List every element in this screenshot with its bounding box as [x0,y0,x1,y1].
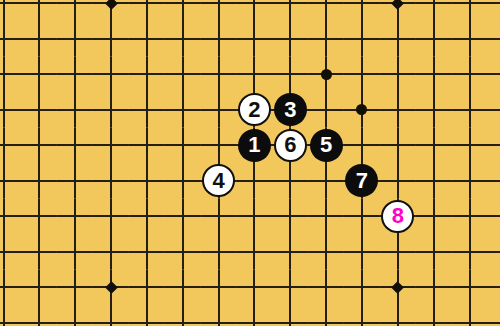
intersection-c9-r8[interactable] [308,270,344,306]
intersection-c13-r2[interactable] [452,57,488,93]
white-stone-move-8: 8 [381,200,414,233]
intersection-c10-r4[interactable] [344,128,380,164]
intersection-c3-r0[interactable] [93,0,129,21]
intersection-c10-r1[interactable] [344,21,380,57]
intersection-c14-r1[interactable] [487,21,500,57]
stone-number: 1 [248,134,260,156]
white-stone-move-4: 4 [202,164,235,197]
intersection-c7-r4[interactable]: 1 [237,128,273,164]
intersection-c14-r0[interactable] [487,0,500,21]
intersection-c11-r8[interactable] [380,270,416,306]
intersection-c1-r3[interactable] [21,92,57,128]
intersection-c2-r3[interactable] [57,92,93,128]
intersection-c7-r9[interactable] [237,305,273,326]
intersection-c11-r0[interactable] [380,0,416,21]
intersection-c2-r6[interactable] [57,199,93,235]
intersection-c4-r4[interactable] [129,128,165,164]
intersection-c7-r0[interactable] [237,0,273,21]
black-stone-move-5: 5 [310,129,343,162]
intersection-c12-r1[interactable] [416,21,452,57]
intersection-c10-r9[interactable] [344,305,380,326]
intersection-c8-r2[interactable] [272,57,308,93]
intersection-c1-r4[interactable] [21,128,57,164]
intersection-c0-r9[interactable] [0,305,21,326]
intersection-c3-r8[interactable] [93,270,129,306]
intersection-c10-r3[interactable] [344,92,380,128]
intersection-c1-r7[interactable] [21,234,57,270]
intersection-c0-r5[interactable] [0,163,21,199]
intersection-c0-r8[interactable] [0,270,21,306]
intersection-c0-r7[interactable] [0,234,21,270]
intersection-c0-r1[interactable] [0,21,21,57]
intersection-c6-r0[interactable] [201,0,237,21]
intersection-c6-r3[interactable] [201,92,237,128]
intersection-c9-r4[interactable]: 5 [308,128,344,164]
hoshi-star-point [391,281,404,294]
intersection-c3-r9[interactable] [93,305,129,326]
intersection-c9-r6[interactable] [308,199,344,235]
intersection-c8-r6[interactable] [272,199,308,235]
intersection-c9-r3[interactable] [308,92,344,128]
intersection-c4-r8[interactable] [129,270,165,306]
intersection-c12-r9[interactable] [416,305,452,326]
intersection-c3-r7[interactable] [93,234,129,270]
intersection-c5-r1[interactable] [165,21,201,57]
intersection-c7-r3[interactable]: 2 [237,92,273,128]
intersection-c4-r0[interactable] [129,0,165,21]
intersection-c11-r5[interactable] [380,163,416,199]
intersection-c0-r2[interactable] [0,57,21,93]
intersection-c7-r5[interactable] [237,163,273,199]
intersection-c6-r1[interactable] [201,21,237,57]
intersection-c10-r6[interactable] [344,199,380,235]
intersection-c6-r6[interactable] [201,199,237,235]
intersection-c0-r0[interactable] [0,0,21,21]
intersection-c8-r0[interactable] [272,0,308,21]
intersection-c14-r4[interactable] [487,128,500,164]
intersection-c10-r2[interactable] [344,57,380,93]
intersection-c8-r1[interactable] [272,21,308,57]
intersection-c8-r8[interactable] [272,270,308,306]
intersection-c12-r7[interactable] [416,234,452,270]
intersection-c6-r5[interactable]: 4 [201,163,237,199]
intersection-c2-r1[interactable] [57,21,93,57]
intersection-c9-r9[interactable] [308,305,344,326]
intersection-c5-r2[interactable] [165,57,201,93]
intersection-c3-r6[interactable] [93,199,129,235]
intersection-c6-r8[interactable] [201,270,237,306]
intersection-c10-r7[interactable] [344,234,380,270]
intersection-c0-r4[interactable] [0,128,21,164]
stone-number: 3 [284,99,296,121]
stone-number: 8 [392,205,404,227]
intersection-c11-r9[interactable] [380,305,416,326]
intersection-c4-r9[interactable] [129,305,165,326]
intersection-c1-r9[interactable] [21,305,57,326]
intersection-c13-r6[interactable] [452,199,488,235]
intersection-c9-r2[interactable] [308,57,344,93]
intersection-c12-r8[interactable] [416,270,452,306]
intersection-c0-r6[interactable] [0,199,21,235]
intersection-c5-r3[interactable] [165,92,201,128]
intersection-c2-r2[interactable] [57,57,93,93]
intersection-c5-r5[interactable] [165,163,201,199]
intersection-c2-r8[interactable] [57,270,93,306]
intersection-c1-r5[interactable] [21,163,57,199]
intersection-c12-r4[interactable] [416,128,452,164]
dot-marker [356,104,367,115]
intersection-c14-r5[interactable] [487,163,500,199]
intersection-c9-r7[interactable] [308,234,344,270]
intersection-c12-r2[interactable] [416,57,452,93]
intersection-c1-r0[interactable] [21,0,57,21]
intersection-c3-r5[interactable] [93,163,129,199]
intersection-c6-r2[interactable] [201,57,237,93]
intersection-c5-r4[interactable] [165,128,201,164]
intersection-c5-r9[interactable] [165,305,201,326]
black-stone-move-7: 7 [345,164,378,197]
intersection-c3-r4[interactable] [93,128,129,164]
intersection-c14-r9[interactable] [487,305,500,326]
intersection-c8-r5[interactable] [272,163,308,199]
intersection-c9-r5[interactable] [308,163,344,199]
intersection-c2-r4[interactable] [57,128,93,164]
intersection-c1-r1[interactable] [21,21,57,57]
intersection-c14-r3[interactable] [487,92,500,128]
intersection-c4-r1[interactable] [129,21,165,57]
intersection-c2-r0[interactable] [57,0,93,21]
intersection-c11-r4[interactable] [380,128,416,164]
intersection-c5-r8[interactable] [165,270,201,306]
intersection-c8-r9[interactable] [272,305,308,326]
intersection-c13-r8[interactable] [452,270,488,306]
intersection-c4-r3[interactable] [129,92,165,128]
intersection-c0-r3[interactable] [0,92,21,128]
intersection-c12-r3[interactable] [416,92,452,128]
intersection-c5-r6[interactable] [165,199,201,235]
intersection-c10-r0[interactable] [344,0,380,21]
black-stone-move-3: 3 [274,93,307,126]
intersection-c11-r3[interactable] [380,92,416,128]
intersection-c14-r8[interactable] [487,270,500,306]
intersection-c6-r7[interactable] [201,234,237,270]
intersection-c4-r6[interactable] [129,199,165,235]
intersection-c6-r4[interactable] [201,128,237,164]
intersection-c3-r1[interactable] [93,21,129,57]
intersection-c5-r7[interactable] [165,234,201,270]
stone-number: 5 [320,134,332,156]
intersection-c14-r6[interactable] [487,199,500,235]
dot-marker [321,69,332,80]
white-stone-move-6: 6 [274,129,307,162]
intersection-c2-r9[interactable] [57,305,93,326]
intersection-c10-r8[interactable] [344,270,380,306]
intersection-c4-r5[interactable] [129,163,165,199]
white-stone-move-2: 2 [238,93,271,126]
intersection-c3-r3[interactable] [93,92,129,128]
intersection-c13-r3[interactable] [452,92,488,128]
intersection-c1-r6[interactable] [21,199,57,235]
intersection-c13-r4[interactable] [452,128,488,164]
intersection-c2-r7[interactable] [57,234,93,270]
intersection-c6-r9[interactable] [201,305,237,326]
intersection-c8-r3[interactable]: 3 [272,92,308,128]
intersection-c11-r6[interactable]: 8 [380,199,416,235]
intersection-c11-r2[interactable] [380,57,416,93]
intersection-c14-r2[interactable] [487,57,500,93]
intersection-c10-r5[interactable]: 7 [344,163,380,199]
intersection-c9-r1[interactable] [308,21,344,57]
black-stone-move-1: 1 [238,129,271,162]
intersection-c12-r6[interactable] [416,199,452,235]
hoshi-star-point [391,0,404,10]
intersection-c2-r5[interactable] [57,163,93,199]
hoshi-star-point [105,281,118,294]
intersection-c12-r0[interactable] [416,0,452,21]
intersection-c8-r4[interactable]: 6 [272,128,308,164]
go-board-grid: 23165478 [0,0,500,326]
intersection-c7-r7[interactable] [237,234,273,270]
intersection-c1-r8[interactable] [21,270,57,306]
go-board-crop: 23165478 [0,0,500,326]
intersection-c12-r5[interactable] [416,163,452,199]
intersection-c14-r7[interactable] [487,234,500,270]
intersection-c13-r5[interactable] [452,163,488,199]
hoshi-star-point [105,0,118,10]
intersection-c4-r7[interactable] [129,234,165,270]
intersection-c3-r2[interactable] [93,57,129,93]
intersection-c7-r6[interactable] [237,199,273,235]
intersection-c1-r2[interactable] [21,57,57,93]
stone-number: 2 [248,99,260,121]
stone-number: 4 [212,170,224,192]
intersection-c8-r7[interactable] [272,234,308,270]
intersection-c13-r0[interactable] [452,0,488,21]
intersection-c7-r2[interactable] [237,57,273,93]
intersection-c11-r1[interactable] [380,21,416,57]
intersection-c11-r7[interactable] [380,234,416,270]
intersection-c13-r9[interactable] [452,305,488,326]
intersection-c5-r0[interactable] [165,0,201,21]
intersection-c7-r1[interactable] [237,21,273,57]
intersection-c4-r2[interactable] [129,57,165,93]
intersection-c13-r1[interactable] [452,21,488,57]
intersection-c9-r0[interactable] [308,0,344,21]
intersection-c13-r7[interactable] [452,234,488,270]
stone-number: 7 [356,170,368,192]
stone-number: 6 [284,134,296,156]
intersection-c7-r8[interactable] [237,270,273,306]
